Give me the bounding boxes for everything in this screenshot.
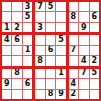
cell-r6c5[interactable] <box>46 56 55 65</box>
cell-r8c4[interactable] <box>35 79 44 88</box>
cell-r3c6[interactable] <box>56 23 65 32</box>
cell-r9c9[interactable] <box>90 90 99 99</box>
cell-r3c7[interactable] <box>69 23 78 32</box>
cell-r7c1[interactable] <box>2 69 11 78</box>
cell-r1c1[interactable] <box>2 2 11 11</box>
cell-r8c9[interactable] <box>90 79 99 88</box>
cell-r3c1[interactable]: 1 <box>2 23 11 32</box>
cell-r1c9[interactable] <box>90 2 99 11</box>
cell-r7c9[interactable]: 5 <box>90 69 99 78</box>
cell-r6c4[interactable]: 8 <box>35 56 44 65</box>
cell-r8c3[interactable]: 6 <box>23 79 32 88</box>
cell-r7c3[interactable] <box>23 69 32 78</box>
cell-r5c9[interactable] <box>90 46 99 55</box>
cell-r9c2[interactable] <box>12 90 21 99</box>
cell-r3c4[interactable]: 3 <box>35 23 44 32</box>
cell-r6c1[interactable] <box>2 56 11 65</box>
cell-r8c1[interactable]: 9 <box>2 79 11 88</box>
cell-r5c5[interactable]: 6 <box>46 46 55 55</box>
cell-r9c7[interactable]: 2 <box>69 90 78 99</box>
cell-r6c7[interactable] <box>69 56 78 65</box>
cell-r9c3[interactable] <box>23 90 32 99</box>
cell-r9c4[interactable] <box>35 90 44 99</box>
cell-r4c3[interactable] <box>23 35 32 44</box>
cell-r5c8[interactable] <box>79 46 88 55</box>
cell-r9c1[interactable] <box>2 90 11 99</box>
cell-r5c3[interactable]: 1 <box>23 46 32 55</box>
cell-r2c5[interactable] <box>46 12 55 21</box>
cell-r6c6[interactable] <box>56 56 65 65</box>
cell-r8c6[interactable] <box>56 79 65 88</box>
cell-r7c4[interactable] <box>35 69 44 78</box>
cell-r2c7[interactable]: 8 <box>69 12 78 21</box>
cell-r1c5[interactable]: 5 <box>46 2 55 11</box>
cell-r6c9[interactable]: 2 <box>90 56 99 65</box>
cell-r7c8[interactable]: 7 <box>79 69 88 78</box>
cell-r1c4[interactable]: 7 <box>35 2 44 11</box>
cell-r4c4[interactable] <box>35 35 44 44</box>
cell-r2c6[interactable] <box>56 12 65 21</box>
cell-r1c8[interactable] <box>79 2 88 11</box>
cell-r7c2[interactable]: 8 <box>12 69 21 78</box>
cell-r6c3[interactable] <box>23 56 32 65</box>
sudoku-grid: 37558612394651678428175964892 <box>2 2 99 99</box>
cell-r2c4[interactable] <box>35 12 44 21</box>
cell-r2c2[interactable] <box>12 12 21 21</box>
cell-r8c2[interactable] <box>12 79 21 88</box>
cell-r7c6[interactable]: 1 <box>56 69 65 78</box>
cell-r3c2[interactable]: 2 <box>12 23 21 32</box>
cell-r2c8[interactable] <box>79 12 88 21</box>
cell-r3c5[interactable] <box>46 23 55 32</box>
cell-r4c5[interactable] <box>46 35 55 44</box>
cell-r1c7[interactable] <box>69 2 78 11</box>
cell-r1c3[interactable]: 3 <box>23 2 32 11</box>
cell-r8c7[interactable]: 4 <box>69 79 78 88</box>
cell-r6c2[interactable] <box>12 56 21 65</box>
cell-r4c1[interactable]: 4 <box>2 35 11 44</box>
cell-r1c6[interactable] <box>56 2 65 11</box>
cell-r6c8[interactable]: 4 <box>79 56 88 65</box>
cell-r9c8[interactable] <box>79 90 88 99</box>
cell-r7c5[interactable] <box>46 69 55 78</box>
cell-r9c5[interactable]: 8 <box>46 90 55 99</box>
cell-r3c3[interactable] <box>23 23 32 32</box>
cell-r5c2[interactable] <box>12 46 21 55</box>
cell-r4c2[interactable]: 6 <box>12 35 21 44</box>
cell-r2c9[interactable]: 6 <box>90 12 99 21</box>
cell-r5c6[interactable] <box>56 46 65 55</box>
cell-r4c6[interactable]: 5 <box>56 35 65 44</box>
cell-r8c8[interactable] <box>79 79 88 88</box>
cell-r1c2[interactable] <box>12 2 21 11</box>
cell-r9c6[interactable]: 9 <box>56 90 65 99</box>
cell-r4c7[interactable] <box>69 35 78 44</box>
cell-r4c9[interactable] <box>90 35 99 44</box>
cell-r3c8[interactable]: 9 <box>79 23 88 32</box>
cell-r2c1[interactable] <box>2 12 11 21</box>
cell-r5c1[interactable] <box>2 46 11 55</box>
cell-r8c5[interactable] <box>46 79 55 88</box>
cell-r5c4[interactable] <box>35 46 44 55</box>
sudoku-board: 37558612394651678428175964892 <box>0 0 101 101</box>
cell-r7c7[interactable] <box>69 69 78 78</box>
cell-r4c8[interactable] <box>79 35 88 44</box>
cell-r5c7[interactable]: 7 <box>69 46 78 55</box>
cell-r3c9[interactable] <box>90 23 99 32</box>
cell-r2c3[interactable]: 5 <box>23 12 32 21</box>
